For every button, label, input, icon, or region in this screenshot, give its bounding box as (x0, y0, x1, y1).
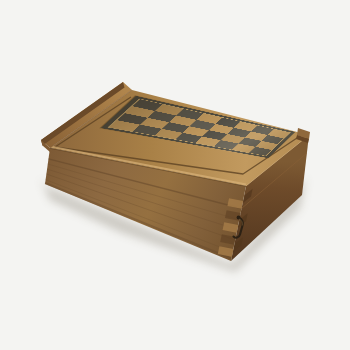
product-photo (0, 0, 350, 350)
chess-box-illustration (0, 0, 350, 350)
